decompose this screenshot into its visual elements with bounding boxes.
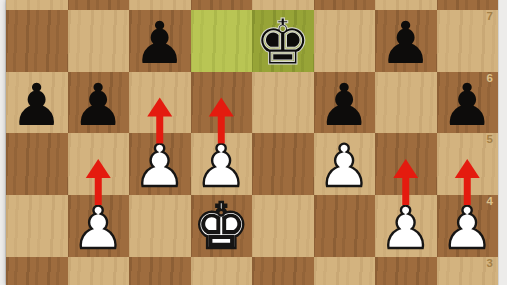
square-a8[interactable] bbox=[6, 0, 68, 10]
square-a6[interactable]: ♟ bbox=[6, 72, 68, 134]
square-e7[interactable]: ♚ bbox=[252, 10, 314, 72]
black-pawn-g7[interactable]: ♟ bbox=[380, 14, 432, 72]
rank-label-6: 6 bbox=[487, 73, 493, 85]
square-g4[interactable]: ♟ bbox=[375, 195, 437, 257]
square-a7[interactable] bbox=[6, 10, 68, 72]
square-h5[interactable]: 5 bbox=[437, 133, 499, 195]
white-pawn-d5[interactable]: ♟ bbox=[195, 137, 247, 195]
rank-label-5: 5 bbox=[487, 134, 493, 146]
square-h4[interactable]: ♟4 bbox=[437, 195, 499, 257]
square-h8[interactable] bbox=[437, 0, 499, 10]
black-pawn-f6[interactable]: ♟ bbox=[318, 76, 370, 134]
square-c4[interactable] bbox=[129, 195, 191, 257]
white-pawn-h4[interactable]: ♟ bbox=[441, 199, 493, 257]
square-g7[interactable]: ♟ bbox=[375, 10, 437, 72]
square-c5[interactable]: ♟ bbox=[129, 133, 191, 195]
square-h6[interactable]: ♟6 bbox=[437, 72, 499, 134]
square-h7[interactable]: 7 bbox=[437, 10, 499, 72]
square-f6[interactable]: ♟ bbox=[314, 72, 376, 134]
square-f3[interactable] bbox=[314, 257, 376, 285]
page-gutter-right bbox=[498, 0, 507, 285]
black-pawn-a6[interactable]: ♟ bbox=[11, 76, 63, 134]
square-f8[interactable] bbox=[314, 0, 376, 10]
white-king-d4[interactable]: ♚ bbox=[193, 195, 249, 258]
square-d7[interactable] bbox=[191, 10, 253, 72]
square-a3[interactable] bbox=[6, 257, 68, 285]
black-pawn-c7[interactable]: ♟ bbox=[134, 14, 186, 72]
rank-label-4: 4 bbox=[487, 196, 493, 208]
square-c6[interactable] bbox=[129, 72, 191, 134]
white-pawn-f5[interactable]: ♟ bbox=[318, 137, 370, 195]
square-f4[interactable] bbox=[314, 195, 376, 257]
square-a5[interactable] bbox=[6, 133, 68, 195]
square-b6[interactable]: ♟ bbox=[68, 72, 130, 134]
square-b4[interactable]: ♟ bbox=[68, 195, 130, 257]
black-pawn-b6[interactable]: ♟ bbox=[72, 76, 124, 134]
square-e5[interactable] bbox=[252, 133, 314, 195]
rank-label-3: 3 bbox=[487, 258, 493, 270]
square-c3[interactable] bbox=[129, 257, 191, 285]
square-g3[interactable] bbox=[375, 257, 437, 285]
square-b8[interactable] bbox=[68, 0, 130, 10]
square-f7[interactable] bbox=[314, 10, 376, 72]
square-d8[interactable] bbox=[191, 0, 253, 10]
square-b7[interactable] bbox=[68, 10, 130, 72]
black-pawn-h6[interactable]: ♟ bbox=[441, 76, 493, 134]
square-d4[interactable]: ♚ bbox=[191, 195, 253, 257]
chess-board: ♟♚♟7♟♟♟♟6♟♟♟5♟♚♟♟43 bbox=[6, 0, 498, 285]
square-e6[interactable] bbox=[252, 72, 314, 134]
square-e3[interactable] bbox=[252, 257, 314, 285]
white-pawn-g4[interactable]: ♟ bbox=[380, 199, 432, 257]
chess-board-grid: ♟♚♟7♟♟♟♟6♟♟♟5♟♚♟♟43 bbox=[6, 0, 498, 285]
white-pawn-b4[interactable]: ♟ bbox=[72, 199, 124, 257]
square-d6[interactable] bbox=[191, 72, 253, 134]
square-g6[interactable] bbox=[375, 72, 437, 134]
square-f5[interactable]: ♟ bbox=[314, 133, 376, 195]
square-d3[interactable] bbox=[191, 257, 253, 285]
chess-app-screen: ♟♚♟7♟♟♟♟6♟♟♟5♟♚♟♟43 bbox=[0, 0, 507, 285]
square-a4[interactable] bbox=[6, 195, 68, 257]
square-e4[interactable] bbox=[252, 195, 314, 257]
square-h3[interactable]: 3 bbox=[437, 257, 499, 285]
square-b5[interactable] bbox=[68, 133, 130, 195]
black-king-e7[interactable]: ♚ bbox=[255, 11, 311, 74]
square-c7[interactable]: ♟ bbox=[129, 10, 191, 72]
square-d5[interactable]: ♟ bbox=[191, 133, 253, 195]
rank-label-7: 7 bbox=[487, 11, 493, 23]
square-b3[interactable] bbox=[68, 257, 130, 285]
white-pawn-c5[interactable]: ♟ bbox=[134, 137, 186, 195]
square-g5[interactable] bbox=[375, 133, 437, 195]
